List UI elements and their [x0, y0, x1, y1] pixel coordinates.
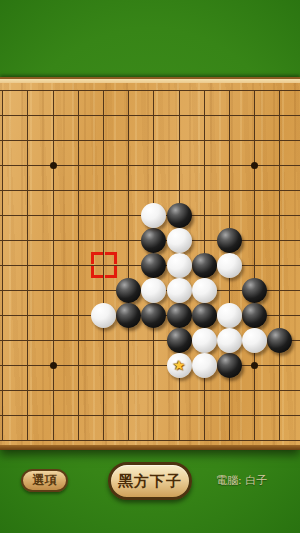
black-stone	[141, 228, 166, 253]
star-point	[251, 162, 258, 169]
black-stone	[217, 228, 242, 253]
white-stone	[141, 278, 166, 303]
white-stone: ★	[167, 353, 192, 378]
white-stone	[217, 253, 242, 278]
black-stone	[267, 328, 292, 353]
gomoku-board[interactable]: ★	[0, 77, 300, 449]
last-move-star-icon: ★	[167, 353, 192, 378]
black-stone	[242, 303, 267, 328]
grid-line-vertical	[254, 90, 255, 440]
gomoku-app-screen: ★ 選項 黑方下子 電腦: 白子	[0, 0, 300, 533]
white-stone	[192, 328, 217, 353]
black-stone	[192, 253, 217, 278]
turn-indicator-button[interactable]: 黑方下子	[108, 462, 192, 500]
grid-line-horizontal	[0, 415, 300, 416]
black-stone	[116, 303, 141, 328]
black-stone	[167, 328, 192, 353]
star-point	[251, 362, 258, 369]
white-stone	[141, 203, 166, 228]
white-stone	[217, 328, 242, 353]
star-point	[50, 162, 57, 169]
white-stone	[242, 328, 267, 353]
white-stone	[192, 278, 217, 303]
white-stone	[217, 303, 242, 328]
black-stone	[116, 278, 141, 303]
black-stone	[167, 203, 192, 228]
black-stone	[141, 303, 166, 328]
white-stone	[91, 303, 116, 328]
grid-line-horizontal	[0, 390, 300, 391]
computer-side-label: 電腦: 白子	[216, 473, 300, 489]
white-stone	[167, 253, 192, 278]
white-stone	[167, 278, 192, 303]
grid-line-horizontal	[0, 440, 300, 441]
black-stone	[217, 353, 242, 378]
white-stone	[167, 228, 192, 253]
black-stone	[192, 303, 217, 328]
grid-line-vertical	[279, 90, 280, 440]
black-stone	[242, 278, 267, 303]
black-stone	[167, 303, 192, 328]
star-point	[50, 362, 57, 369]
white-stone	[192, 353, 217, 378]
black-stone	[141, 253, 166, 278]
move-cursor-marker[interactable]	[91, 252, 117, 278]
options-button[interactable]: 選項	[21, 469, 68, 492]
